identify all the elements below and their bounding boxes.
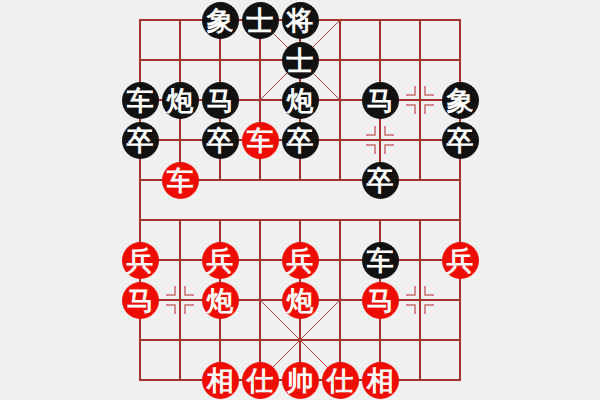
point-marker-corner: [366, 144, 376, 154]
piece-red-elephant[interactable]: 相: [202, 362, 239, 399]
piece-red-soldier[interactable]: 兵: [122, 242, 159, 279]
point-marker-corner: [424, 304, 434, 314]
piece-black-general[interactable]: 将: [282, 2, 319, 39]
piece-red-soldier[interactable]: 兵: [202, 242, 239, 279]
point-marker-corner: [424, 104, 434, 114]
piece-red-advisor[interactable]: 仕: [322, 362, 359, 399]
point-marker-corner: [184, 286, 194, 296]
point-marker: [406, 286, 434, 314]
piece-red-elephant[interactable]: 相: [362, 362, 399, 399]
piece-black-chariot[interactable]: 车: [362, 242, 399, 279]
piece-black-advisor[interactable]: 士: [282, 42, 319, 79]
point-marker-corner: [406, 86, 416, 96]
point-marker: [406, 86, 434, 114]
piece-black-soldier[interactable]: 卒: [362, 162, 399, 199]
piece-black-soldier[interactable]: 卒: [442, 122, 479, 159]
piece-black-elephant[interactable]: 象: [202, 2, 239, 39]
point-marker: [166, 286, 194, 314]
point-marker-corner: [166, 304, 176, 314]
piece-black-soldier[interactable]: 卒: [122, 122, 159, 159]
piece-black-soldier[interactable]: 卒: [202, 122, 239, 159]
point-marker-corner: [384, 126, 394, 136]
piece-red-chariot[interactable]: 车: [242, 122, 279, 159]
piece-black-horse[interactable]: 马: [362, 82, 399, 119]
point-marker-corner: [384, 144, 394, 154]
piece-red-soldier[interactable]: 兵: [442, 242, 479, 279]
point-marker-corner: [424, 286, 434, 296]
piece-black-soldier[interactable]: 卒: [282, 122, 319, 159]
piece-red-cannon[interactable]: 炮: [202, 282, 239, 319]
point-marker-corner: [406, 104, 416, 114]
piece-red-horse[interactable]: 马: [122, 282, 159, 319]
point-marker-corner: [424, 86, 434, 96]
piece-red-cannon[interactable]: 炮: [282, 282, 319, 319]
point-marker: [366, 126, 394, 154]
piece-red-horse[interactable]: 马: [362, 282, 399, 319]
point-marker-corner: [406, 286, 416, 296]
point-marker-corner: [406, 304, 416, 314]
piece-black-advisor[interactable]: 士: [242, 2, 279, 39]
xiangqi-board[interactable]: 象士将士车炮马炮马象卒卒车卒卒车卒兵兵兵车兵马炮炮马相仕帅仕相: [120, 0, 480, 400]
piece-black-cannon[interactable]: 炮: [282, 82, 319, 119]
xiangqi-diagram: 象士将士车炮马炮马象卒卒车卒卒车卒兵兵兵车兵马炮炮马相仕帅仕相: [0, 0, 600, 400]
piece-black-elephant[interactable]: 象: [442, 82, 479, 119]
piece-red-soldier[interactable]: 兵: [282, 242, 319, 279]
piece-black-horse[interactable]: 马: [202, 82, 239, 119]
point-marker-corner: [366, 126, 376, 136]
point-marker-corner: [184, 304, 194, 314]
piece-black-chariot[interactable]: 车: [122, 82, 159, 119]
point-marker-corner: [166, 286, 176, 296]
piece-red-chariot[interactable]: 车: [162, 162, 199, 199]
piece-red-general[interactable]: 帅: [282, 362, 319, 399]
piece-black-cannon[interactable]: 炮: [162, 82, 199, 119]
piece-red-advisor[interactable]: 仕: [242, 362, 279, 399]
